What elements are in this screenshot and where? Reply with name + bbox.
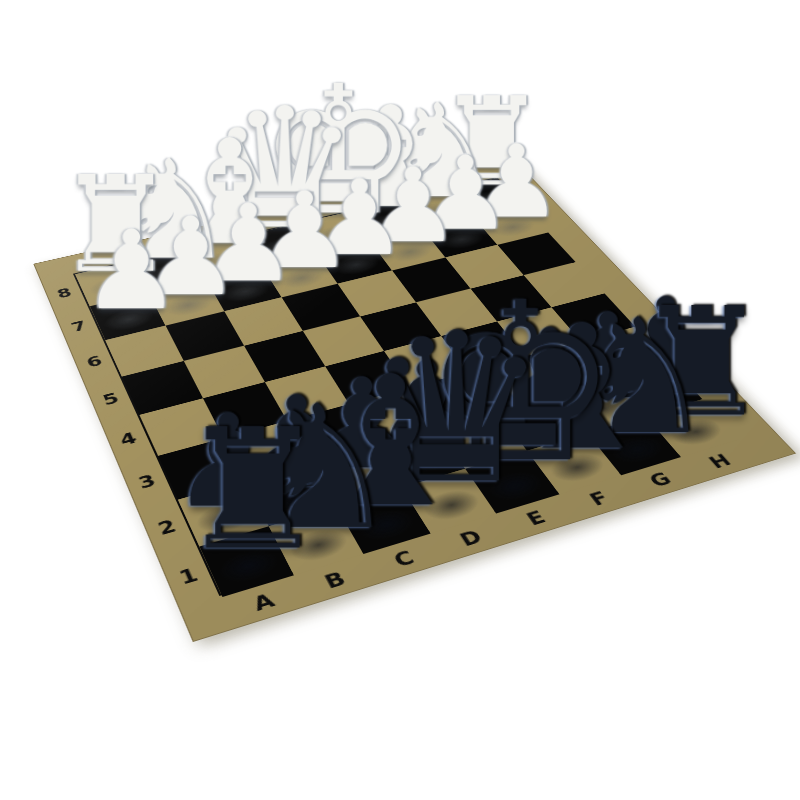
square-a7[interactable]: ♟ [90, 292, 166, 340]
rank-label-3: 3 [135, 471, 158, 492]
white-pawn-a7[interactable]: ♟ [83, 215, 181, 324]
photo-scene: ♜♞♝♛♚♝♞♜♟♟♟♟♟♟♟♟♟♟♟♟♟♟♟♟♜♞♝♛♚♝♞♜ 8765432… [0, 0, 800, 800]
black-rook-a1[interactable]: ♜ [178, 407, 327, 574]
rank-label-6: 6 [84, 353, 105, 370]
rank-label-5: 5 [100, 390, 121, 409]
file-label-a: A [250, 590, 278, 616]
rank-label-4: 4 [117, 429, 139, 449]
chess-mat: ♜♞♝♛♚♝♞♜♟♟♟♟♟♟♟♟♟♟♟♟♟♟♟♟♜♞♝♛♚♝♞♜ 8765432… [33, 157, 796, 642]
